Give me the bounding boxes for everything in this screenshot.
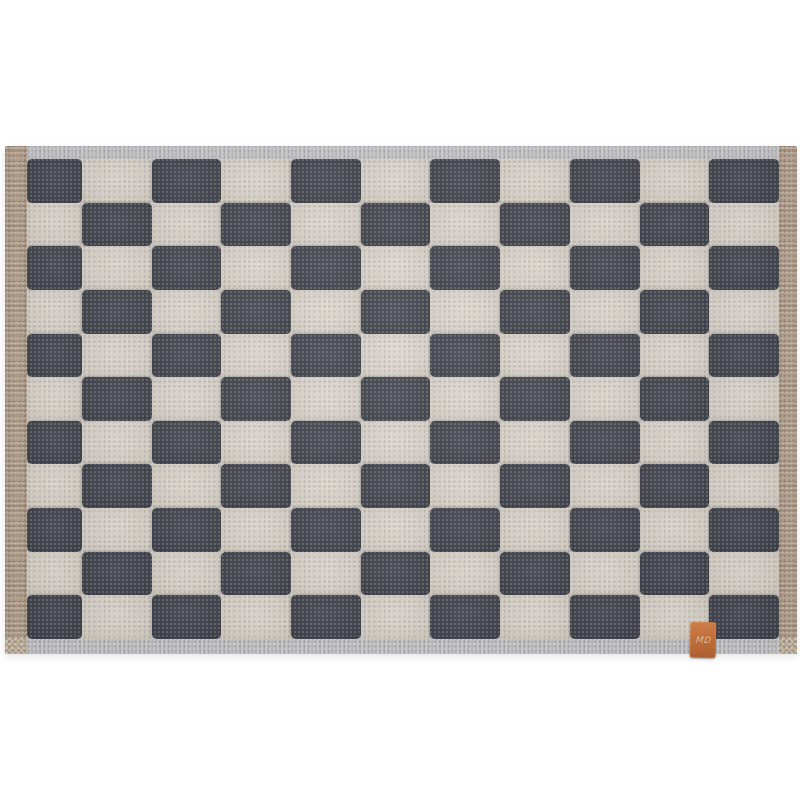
board-cell-light — [152, 377, 222, 421]
board-cell-dark — [221, 290, 291, 334]
board-cell-light — [27, 377, 82, 421]
board-cell-dark — [570, 246, 640, 290]
board-cell-light — [221, 246, 291, 290]
brand-tag: MD — [690, 622, 717, 659]
hem-top — [27, 146, 779, 159]
board-cell-light — [500, 334, 570, 378]
board-cell-dark — [430, 508, 500, 552]
board-cell-light — [82, 595, 152, 639]
board-cell-light — [570, 290, 640, 334]
board-cell-dark — [221, 203, 291, 247]
towel-center-panel — [27, 146, 779, 654]
board-cell-dark — [291, 334, 361, 378]
board-cell-light — [570, 203, 640, 247]
board-cell-light — [500, 595, 570, 639]
board-cell-dark — [709, 508, 779, 552]
board-cell-dark — [27, 159, 82, 203]
board-cell-light — [430, 464, 500, 508]
board-cell-dark — [82, 290, 152, 334]
board-cell-dark — [361, 464, 431, 508]
board-cell-light — [640, 159, 710, 203]
board-cell-light — [640, 334, 710, 378]
board-cell-dark — [291, 421, 361, 465]
board-cell-dark — [361, 377, 431, 421]
board-cell-light — [361, 595, 431, 639]
board-cell-light — [570, 552, 640, 596]
board-cell-light — [82, 159, 152, 203]
board-cell-light — [27, 552, 82, 596]
board-cell-light — [291, 552, 361, 596]
board-cell-dark — [500, 377, 570, 421]
board-cell-dark — [152, 334, 222, 378]
selvage-left-edge — [5, 146, 27, 654]
board-cell-dark — [430, 246, 500, 290]
hem-bottom — [27, 639, 779, 654]
board-cell-dark — [82, 552, 152, 596]
board-cell-dark — [430, 159, 500, 203]
board-cell-light — [221, 334, 291, 378]
board-cell-light — [709, 203, 779, 247]
board-cell-light — [361, 159, 431, 203]
board-cell-dark — [291, 246, 361, 290]
board-cell-dark — [640, 290, 710, 334]
board-cell-light — [430, 203, 500, 247]
board-cell-dark — [640, 464, 710, 508]
board-cell-light — [291, 290, 361, 334]
board-cell-dark — [82, 203, 152, 247]
board-cell-light — [640, 421, 710, 465]
board-cell-dark — [27, 595, 82, 639]
board-cell-dark — [709, 421, 779, 465]
board-cell-light — [291, 464, 361, 508]
board-cell-dark — [291, 508, 361, 552]
board-cell-dark — [709, 595, 779, 639]
board-cell-dark — [152, 246, 222, 290]
board-cell-dark — [430, 595, 500, 639]
board-cell-light — [500, 159, 570, 203]
board-cell-dark — [152, 595, 222, 639]
board-cell-dark — [500, 203, 570, 247]
board-cell-dark — [570, 421, 640, 465]
board-cell-light — [221, 159, 291, 203]
board-cell-dark — [361, 552, 431, 596]
board-cell-light — [82, 246, 152, 290]
board-cell-dark — [291, 159, 361, 203]
board-cell-dark — [709, 159, 779, 203]
board-cell-light — [27, 290, 82, 334]
board-cell-dark — [361, 203, 431, 247]
board-cell-light — [430, 290, 500, 334]
board-cell-light — [570, 464, 640, 508]
board-cell-light — [82, 421, 152, 465]
board-cell-dark — [152, 508, 222, 552]
board-cell-dark — [640, 552, 710, 596]
checkerboard — [27, 159, 779, 639]
board-cell-dark — [221, 464, 291, 508]
board-cell-light — [221, 595, 291, 639]
board-cell-light — [152, 290, 222, 334]
board-cell-light — [709, 377, 779, 421]
board-cell-dark — [221, 377, 291, 421]
board-cell-dark — [27, 508, 82, 552]
board-cell-light — [152, 464, 222, 508]
board-cell-light — [430, 552, 500, 596]
board-cell-dark — [152, 421, 222, 465]
board-cell-dark — [500, 552, 570, 596]
board-cell-dark — [430, 421, 500, 465]
board-cell-dark — [640, 377, 710, 421]
board-cell-dark — [82, 377, 152, 421]
board-cell-light — [500, 508, 570, 552]
board-cell-dark — [27, 246, 82, 290]
board-cell-dark — [500, 290, 570, 334]
checkered-towel: MD — [5, 146, 797, 654]
board-cell-dark — [221, 552, 291, 596]
selvage-right-end-weave — [779, 637, 797, 654]
board-cell-dark — [570, 508, 640, 552]
board-cell-dark — [570, 334, 640, 378]
board-cell-light — [640, 246, 710, 290]
photo-background: MD — [0, 0, 800, 800]
board-cell-light — [500, 246, 570, 290]
board-cell-dark — [430, 334, 500, 378]
board-cell-light — [361, 334, 431, 378]
board-cell-light — [570, 377, 640, 421]
board-cell-dark — [82, 464, 152, 508]
board-cell-dark — [361, 290, 431, 334]
board-cell-light — [291, 203, 361, 247]
board-cell-light — [82, 508, 152, 552]
selvage-left-end-weave — [5, 637, 27, 654]
board-cell-light — [221, 421, 291, 465]
board-cell-light — [709, 290, 779, 334]
board-cell-light — [361, 246, 431, 290]
board-cell-light — [152, 203, 222, 247]
board-cell-light — [82, 334, 152, 378]
board-cell-dark — [709, 246, 779, 290]
board-cell-light — [27, 464, 82, 508]
board-cell-dark — [640, 203, 710, 247]
board-cell-light — [152, 552, 222, 596]
board-cell-light — [640, 508, 710, 552]
board-cell-dark — [570, 159, 640, 203]
board-cell-light — [221, 508, 291, 552]
board-cell-dark — [570, 595, 640, 639]
board-cell-light — [361, 421, 431, 465]
board-cell-dark — [152, 159, 222, 203]
board-cell-light — [430, 377, 500, 421]
board-cell-dark — [709, 334, 779, 378]
board-cell-dark — [500, 464, 570, 508]
board-cell-dark — [27, 421, 82, 465]
board-cell-light — [709, 464, 779, 508]
board-cell-light — [27, 203, 82, 247]
selvage-right-edge — [779, 146, 797, 654]
board-cell-dark — [27, 334, 82, 378]
board-cell-light — [361, 508, 431, 552]
board-cell-light — [500, 421, 570, 465]
board-cell-light — [709, 552, 779, 596]
board-cell-light — [291, 377, 361, 421]
board-cell-dark — [291, 595, 361, 639]
brand-tag-monogram: MD — [695, 635, 711, 645]
